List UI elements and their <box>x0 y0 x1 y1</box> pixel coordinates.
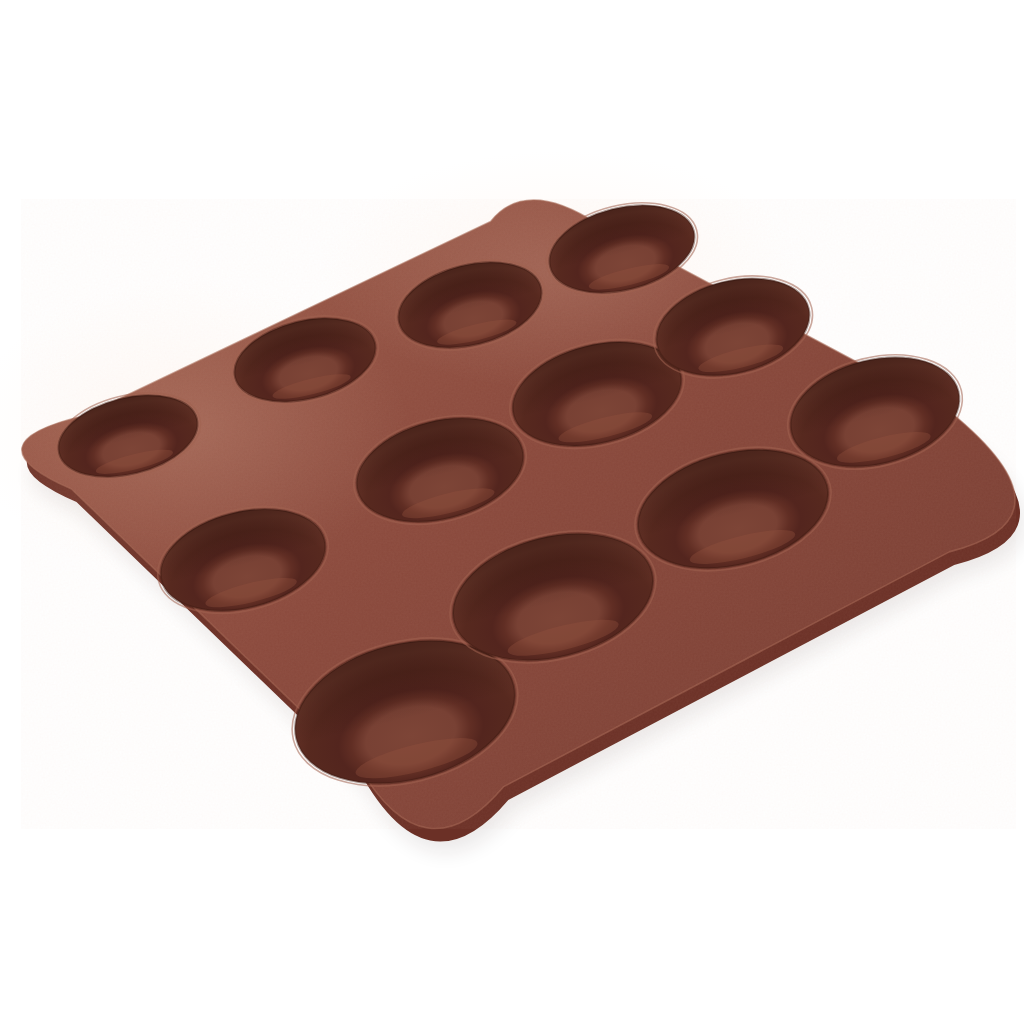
photo-stage <box>0 0 1024 1024</box>
muffin-pan-image <box>0 0 1024 1024</box>
